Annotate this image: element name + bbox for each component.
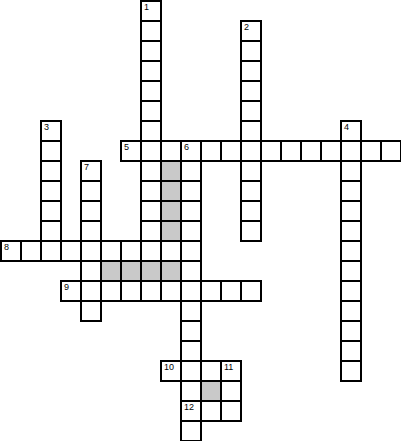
grid-cell[interactable]	[240, 120, 262, 142]
grid-cell[interactable]	[80, 280, 102, 302]
grid-cell[interactable]	[180, 420, 202, 441]
grid-cell[interactable]	[140, 220, 162, 242]
grid-cell-highlighted[interactable]	[160, 180, 182, 202]
clue-number: 8	[4, 242, 9, 252]
grid-cell[interactable]: 8	[0, 240, 22, 262]
grid-cell-highlighted[interactable]	[140, 260, 162, 282]
grid-cell[interactable]	[340, 340, 362, 362]
grid-cell[interactable]	[180, 280, 202, 302]
grid-cell[interactable]: 2	[240, 20, 262, 42]
grid-cell[interactable]	[340, 320, 362, 342]
grid-cell[interactable]	[380, 140, 401, 162]
grid-cell-highlighted[interactable]	[120, 260, 142, 282]
grid-cell[interactable]	[40, 140, 62, 162]
clue-number: 5	[124, 142, 129, 152]
grid-cell[interactable]	[80, 240, 102, 262]
grid-cell[interactable]	[160, 140, 182, 162]
clue-number: 12	[184, 402, 194, 412]
grid-cell[interactable]	[140, 140, 162, 162]
grid-cell[interactable]	[120, 240, 142, 262]
grid-cell[interactable]	[240, 100, 262, 122]
grid-cell[interactable]	[140, 200, 162, 222]
clue-number: 10	[164, 362, 174, 372]
grid-cell[interactable]	[340, 140, 362, 162]
grid-cell[interactable]	[80, 220, 102, 242]
grid-cell[interactable]	[220, 380, 242, 402]
grid-cell[interactable]	[340, 280, 362, 302]
grid-cell[interactable]	[100, 240, 122, 262]
grid-cell[interactable]	[340, 200, 362, 222]
grid-cell[interactable]	[240, 180, 262, 202]
grid-cell[interactable]: 1	[140, 0, 162, 22]
grid-cell[interactable]	[260, 140, 282, 162]
grid-cell-highlighted[interactable]	[100, 260, 122, 282]
grid-cell-highlighted[interactable]	[200, 380, 222, 402]
grid-cell[interactable]	[220, 280, 242, 302]
grid-cell[interactable]	[180, 160, 202, 182]
grid-cell[interactable]	[80, 260, 102, 282]
grid-cell[interactable]	[240, 220, 262, 242]
grid-cell[interactable]	[340, 160, 362, 182]
grid-cell[interactable]: 11	[220, 360, 242, 382]
grid-cell[interactable]	[140, 40, 162, 62]
grid-cell[interactable]	[200, 360, 222, 382]
grid-cell[interactable]: 10	[160, 360, 182, 382]
grid-cell[interactable]	[340, 240, 362, 262]
clue-number: 9	[64, 282, 69, 292]
grid-cell[interactable]	[180, 360, 202, 382]
grid-cell[interactable]	[180, 240, 202, 262]
grid-cell[interactable]	[80, 300, 102, 322]
grid-cell[interactable]	[200, 280, 222, 302]
grid-cell[interactable]	[240, 80, 262, 102]
grid-cell[interactable]: 3	[40, 120, 62, 142]
grid-cell[interactable]: 6	[180, 140, 202, 162]
grid-cell[interactable]: 9	[60, 280, 82, 302]
grid-cell[interactable]	[140, 80, 162, 102]
grid-cell[interactable]	[140, 20, 162, 42]
grid-cell[interactable]: 12	[180, 400, 202, 422]
clue-number: 7	[84, 162, 89, 172]
grid-cell[interactable]	[240, 160, 262, 182]
grid-cell[interactable]	[340, 180, 362, 202]
grid-cell[interactable]	[180, 220, 202, 242]
grid-cell[interactable]	[340, 260, 362, 282]
grid-cell[interactable]	[120, 280, 142, 302]
grid-cell[interactable]	[180, 380, 202, 402]
grid-cell[interactable]	[140, 120, 162, 142]
clue-number: 6	[184, 142, 189, 152]
grid-cell[interactable]	[140, 60, 162, 82]
grid-cell[interactable]	[200, 400, 222, 422]
grid-cell[interactable]	[40, 180, 62, 202]
grid-cell[interactable]	[240, 140, 262, 162]
grid-cell[interactable]	[100, 280, 122, 302]
grid-cell[interactable]	[140, 180, 162, 202]
grid-cell[interactable]	[320, 140, 342, 162]
grid-cell[interactable]	[240, 200, 262, 222]
grid-cell[interactable]	[140, 100, 162, 122]
clue-number: 1	[144, 2, 149, 12]
grid-cell-highlighted[interactable]	[160, 160, 182, 182]
grid-cell-highlighted[interactable]	[160, 200, 182, 222]
grid-cell[interactable]	[360, 140, 382, 162]
crossword-grid: 123456789101112	[0, 0, 401, 441]
grid-cell[interactable]	[140, 280, 162, 302]
grid-cell-highlighted[interactable]	[160, 260, 182, 282]
grid-cell[interactable]	[20, 240, 42, 262]
grid-cell[interactable]	[40, 200, 62, 222]
grid-cell[interactable]	[40, 160, 62, 182]
grid-cell[interactable]	[180, 340, 202, 362]
grid-cell[interactable]	[180, 320, 202, 342]
grid-cell[interactable]	[180, 300, 202, 322]
grid-cell[interactable]	[80, 180, 102, 202]
grid-cell[interactable]	[300, 140, 322, 162]
grid-cell[interactable]	[340, 220, 362, 242]
clue-number: 11	[224, 362, 233, 372]
grid-cell[interactable]	[280, 140, 302, 162]
grid-cell[interactable]	[220, 140, 242, 162]
clue-number: 3	[44, 122, 49, 132]
clue-number: 4	[344, 122, 349, 132]
grid-cell[interactable]	[340, 300, 362, 322]
grid-cell[interactable]	[140, 240, 162, 262]
grid-cell[interactable]	[240, 280, 262, 302]
grid-cell[interactable]	[220, 400, 242, 422]
grid-cell[interactable]	[80, 200, 102, 222]
grid-cell[interactable]	[200, 140, 222, 162]
grid-cell[interactable]	[40, 240, 62, 262]
grid-cell[interactable]: 7	[80, 160, 102, 182]
grid-cell[interactable]	[180, 200, 202, 222]
grid-cell[interactable]	[60, 240, 82, 262]
grid-cell[interactable]	[160, 240, 182, 262]
grid-cell[interactable]	[140, 160, 162, 182]
grid-cell[interactable]	[180, 260, 202, 282]
grid-cell[interactable]	[240, 60, 262, 82]
grid-cell[interactable]	[340, 360, 362, 382]
grid-cell[interactable]: 4	[340, 120, 362, 142]
clue-number: 2	[244, 22, 249, 32]
grid-cell-highlighted[interactable]	[160, 220, 182, 242]
grid-cell[interactable]	[180, 180, 202, 202]
grid-cell[interactable]	[240, 40, 262, 62]
grid-cell[interactable]: 5	[120, 140, 142, 162]
grid-cell[interactable]	[40, 220, 62, 242]
grid-cell[interactable]	[160, 280, 182, 302]
